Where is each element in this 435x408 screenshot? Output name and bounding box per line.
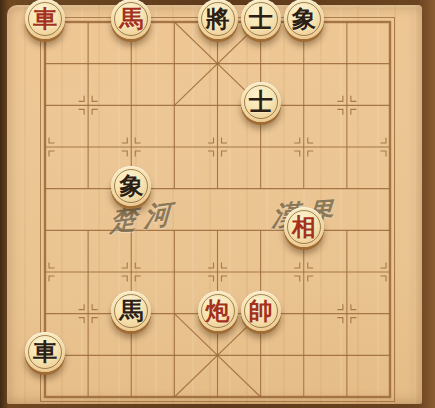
piece-glyph: 相 bbox=[292, 215, 316, 239]
piece-black-elephant[interactable]: 象 bbox=[284, 0, 324, 39]
piece-red-general[interactable]: 帥 bbox=[241, 291, 281, 331]
piece-black-elephant[interactable]: 象 bbox=[111, 166, 151, 206]
piece-glyph: 士 bbox=[249, 7, 273, 31]
board-grid-lines bbox=[7, 5, 428, 404]
piece-glyph: 炮 bbox=[206, 299, 230, 323]
piece-glyph: 將 bbox=[206, 7, 230, 31]
piece-black-advisor[interactable]: 士 bbox=[241, 82, 281, 122]
piece-glyph: 帥 bbox=[249, 299, 273, 323]
piece-red-chariot[interactable]: 車 bbox=[25, 0, 65, 39]
piece-glyph: 象 bbox=[119, 174, 143, 198]
piece-glyph: 馬 bbox=[119, 7, 143, 31]
piece-black-advisor[interactable]: 士 bbox=[241, 0, 281, 39]
piece-glyph: 士 bbox=[249, 90, 273, 114]
xiangqi-board[interactable]: 楚河 漢界 bbox=[7, 5, 422, 404]
board-frame: 楚河 漢界 車馬將士象士象相馬炮帥車 bbox=[0, 0, 435, 408]
piece-glyph: 車 bbox=[33, 340, 57, 364]
piece-black-general[interactable]: 將 bbox=[198, 0, 238, 39]
piece-glyph: 車 bbox=[33, 7, 57, 31]
piece-glyph: 象 bbox=[292, 7, 316, 31]
piece-red-elephant[interactable]: 相 bbox=[284, 207, 324, 247]
piece-black-horse[interactable]: 馬 bbox=[111, 291, 151, 331]
piece-red-cannon[interactable]: 炮 bbox=[198, 291, 238, 331]
piece-glyph: 馬 bbox=[119, 299, 143, 323]
